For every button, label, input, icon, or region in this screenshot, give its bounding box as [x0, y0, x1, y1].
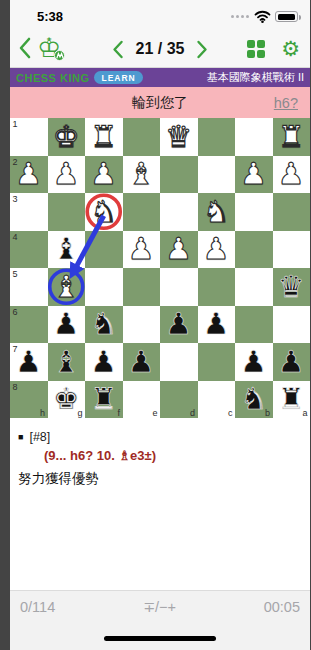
square-e7[interactable]: ♟ — [123, 343, 161, 381]
square-b5[interactable] — [235, 268, 273, 306]
white-pawn-a2[interactable]: ♟ — [278, 159, 305, 189]
square-c7[interactable] — [198, 343, 236, 381]
file-label: h — [40, 408, 45, 418]
square-b3[interactable] — [235, 193, 273, 231]
square-e4[interactable]: ♟ — [123, 231, 161, 269]
white-bishop-g5[interactable]: ♝ — [53, 272, 80, 302]
square-h2[interactable]: 2♟ — [10, 156, 48, 194]
black-pawn-c6[interactable]: ♟ — [203, 309, 230, 339]
puzzle-grid-button[interactable] — [247, 40, 266, 59]
learn-badge: LEARN — [94, 71, 142, 84]
rank-label: 3 — [13, 194, 18, 204]
square-c8[interactable]: c — [198, 381, 236, 419]
rank-label: 6 — [13, 307, 18, 317]
square-f4[interactable] — [85, 231, 123, 269]
white-pawn-h2[interactable]: ♟ — [15, 159, 42, 189]
square-d5[interactable] — [160, 268, 198, 306]
brand-name: CHESS KING — [16, 72, 89, 84]
black-king-g8[interactable]: ♚ — [53, 384, 80, 414]
course-title: 基本國際象棋戰術 II — [207, 70, 304, 85]
wifi-icon — [254, 10, 271, 23]
square-e5[interactable] — [123, 268, 161, 306]
square-a3[interactable] — [273, 193, 311, 231]
square-e1[interactable] — [123, 118, 161, 156]
black-rook-a8[interactable]: ♜ — [278, 384, 305, 414]
white-rook-f1[interactable]: ♜ — [90, 122, 117, 152]
logo-badge — [54, 50, 65, 61]
square-c6[interactable]: ♟ — [198, 306, 236, 344]
square-g1[interactable]: ♚ — [48, 118, 86, 156]
square-d6[interactable]: ♟ — [160, 306, 198, 344]
square-e2[interactable]: ♝ — [123, 156, 161, 194]
black-pawn-e7[interactable]: ♟ — [128, 347, 155, 377]
square-g7[interactable]: ♝ — [48, 343, 86, 381]
file-label: b — [265, 408, 270, 418]
white-pawn-g2[interactable]: ♟ — [53, 159, 80, 189]
move-hint-link[interactable]: h6? — [274, 95, 298, 111]
black-pawn-f7[interactable]: ♟ — [90, 347, 117, 377]
black-pawn-d6[interactable]: ♟ — [165, 309, 192, 339]
white-king-g1[interactable]: ♚ — [53, 122, 80, 152]
nav-bar: ♔ 21 / 35 ⚙ — [10, 30, 310, 68]
chess-king-logo-icon[interactable]: ♔ — [37, 33, 61, 63]
square-a5[interactable]: ♛ — [273, 268, 311, 306]
variation-line[interactable]: (9... h6? 10. ♗e3±) — [18, 448, 302, 463]
square-a6[interactable] — [273, 306, 311, 344]
square-b6[interactable] — [235, 306, 273, 344]
square-c1[interactable] — [198, 118, 236, 156]
square-c2[interactable] — [198, 156, 236, 194]
back-chevron-icon[interactable] — [18, 36, 31, 60]
square-f6[interactable]: ♞ — [85, 306, 123, 344]
square-f5[interactable] — [85, 268, 123, 306]
square-d8[interactable]: d — [160, 381, 198, 419]
white-bishop-e2[interactable]: ♝ — [128, 159, 155, 189]
square-g3[interactable] — [48, 193, 86, 231]
black-knight-b8[interactable]: ♞ — [240, 384, 267, 414]
status-icons — [231, 10, 298, 23]
brand-banner: CHESS KING LEARN 基本國際象棋戰術 II — [10, 68, 310, 87]
white-pawn-b2[interactable]: ♟ — [240, 159, 267, 189]
square-d1[interactable]: ♛ — [160, 118, 198, 156]
square-b2[interactable]: ♟ — [235, 156, 273, 194]
comment-text: 努力獲得優勢 — [18, 470, 302, 488]
white-knight-f3[interactable]: ♞ — [90, 197, 117, 227]
black-knight-f6[interactable]: ♞ — [90, 309, 117, 339]
black-bishop-g4[interactable]: ♝ — [53, 234, 80, 264]
rank-label: 2 — [13, 157, 18, 167]
square-g8[interactable]: g♚ — [48, 381, 86, 419]
bottom-toolbar: 0/114 ∓/−+ 00:05 — [10, 590, 310, 650]
square-e3[interactable] — [123, 193, 161, 231]
prompt-bar: 輪到您了 h6? — [10, 87, 310, 118]
home-indicator[interactable] — [104, 636, 216, 641]
square-d3[interactable] — [160, 193, 198, 231]
file-label: e — [152, 408, 157, 418]
square-d7[interactable] — [160, 343, 198, 381]
puzzle-counter: 21 / 35 — [136, 40, 185, 58]
file-label: g — [77, 408, 82, 418]
square-h1[interactable]: 1 — [10, 118, 48, 156]
square-f8[interactable]: f♜ — [85, 381, 123, 419]
timer: 00:05 — [264, 599, 300, 650]
square-c5[interactable] — [198, 268, 236, 306]
square-h4[interactable]: 4 — [10, 231, 48, 269]
square-a2[interactable]: ♟ — [273, 156, 311, 194]
square-g6[interactable]: ♟ — [48, 306, 86, 344]
puzzle-number: [#8] — [29, 430, 50, 444]
white-rook-a1[interactable]: ♜ — [278, 122, 305, 152]
score-counter: 0/114 — [20, 599, 55, 650]
square-h5[interactable]: 5 — [10, 268, 48, 306]
white-pawn-d4[interactable]: ♟ — [165, 234, 192, 264]
black-pawn-b7[interactable]: ♟ — [240, 347, 267, 377]
file-label: c — [228, 408, 233, 418]
square-a7[interactable]: ♟ — [273, 343, 311, 381]
square-c3[interactable]: ♞ — [198, 193, 236, 231]
eval-toggle-button[interactable]: ∓/−+ — [143, 599, 176, 650]
next-puzzle-button[interactable] — [196, 40, 207, 59]
square-f3[interactable]: ♞ — [85, 193, 123, 231]
settings-gear-icon[interactable]: ⚙ — [281, 39, 300, 60]
square-h8[interactable]: 8h — [10, 381, 48, 419]
bullet-icon: ■ — [18, 432, 23, 442]
square-f1[interactable]: ♜ — [85, 118, 123, 156]
move-notes: ■ [#8] (9... h6? 10. ♗e3±) 努力獲得優勢 — [10, 418, 310, 488]
black-pawn-g6[interactable]: ♟ — [53, 309, 80, 339]
square-b8[interactable]: b♞ — [235, 381, 273, 419]
black-pawn-a7[interactable]: ♟ — [278, 347, 305, 377]
white-queen-d1[interactable]: ♛ — [165, 122, 192, 152]
square-h3[interactable]: 3 — [10, 193, 48, 231]
square-h7[interactable]: 7♟ — [10, 343, 48, 381]
rank-label: 4 — [13, 232, 18, 242]
black-bishop-g7[interactable]: ♝ — [53, 347, 80, 377]
cellular-signal-icon — [231, 15, 249, 18]
rank-label: 7 — [13, 344, 18, 354]
turn-prompt: 輪到您了 — [132, 94, 188, 112]
black-pawn-h7[interactable]: ♟ — [15, 347, 42, 377]
rank-label: 5 — [13, 269, 18, 279]
file-label: d — [190, 408, 195, 418]
white-pawn-c4[interactable]: ♟ — [203, 234, 230, 264]
square-d4[interactable]: ♟ — [160, 231, 198, 269]
white-pawn-f2[interactable]: ♟ — [90, 159, 117, 189]
file-label: f — [117, 408, 120, 418]
square-b4[interactable] — [235, 231, 273, 269]
square-e8[interactable]: e — [123, 381, 161, 419]
prev-puzzle-button[interactable] — [113, 40, 124, 59]
battery-icon — [275, 11, 298, 22]
square-c4[interactable]: ♟ — [198, 231, 236, 269]
square-a1[interactable]: ♜ — [273, 118, 311, 156]
square-a8[interactable]: a♜ — [273, 381, 311, 419]
square-b7[interactable]: ♟ — [235, 343, 273, 381]
square-g4[interactable]: ♝ — [48, 231, 86, 269]
phone-screen: 5:38 ♔ — [10, 0, 310, 650]
black-rook-f8[interactable]: ♜ — [90, 384, 117, 414]
square-d2[interactable] — [160, 156, 198, 194]
square-e6[interactable] — [123, 306, 161, 344]
square-a4[interactable] — [273, 231, 311, 269]
square-b1[interactable] — [235, 118, 273, 156]
white-knight-c3[interactable]: ♞ — [203, 197, 230, 227]
square-f7[interactable]: ♟ — [85, 343, 123, 381]
status-bar: 5:38 — [10, 0, 310, 30]
chess-board[interactable]: 1♚♜♛♜2♟♟♟♝♟♟3♞♞4♝♟♟♟5♝♛6♟♞♟♟7♟♝♟♟♟♟8hg♚f… — [10, 118, 310, 418]
square-g2[interactable]: ♟ — [48, 156, 86, 194]
black-queen-a5[interactable]: ♛ — [278, 272, 305, 302]
rank-label: 8 — [13, 382, 18, 392]
square-g5[interactable]: ♝ — [48, 268, 86, 306]
square-f2[interactable]: ♟ — [85, 156, 123, 194]
square-h6[interactable]: 6 — [10, 306, 48, 344]
rank-label: 1 — [13, 119, 18, 129]
file-label: a — [302, 408, 307, 418]
white-pawn-e4[interactable]: ♟ — [128, 234, 155, 264]
clock: 5:38 — [37, 9, 63, 24]
